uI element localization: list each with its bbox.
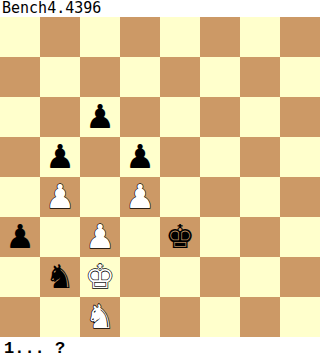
white-pawn[interactable]: ♟: [85, 217, 115, 257]
chess-board[interactable]: ♟♟♟♟♟♟♟♚♞♚♞: [0, 17, 320, 337]
square-g4[interactable]: [240, 177, 280, 217]
square-e4[interactable]: [160, 177, 200, 217]
square-e1[interactable]: [160, 297, 200, 337]
square-a5[interactable]: [0, 137, 40, 177]
square-f3[interactable]: [200, 217, 240, 257]
square-h2[interactable]: [280, 257, 320, 297]
square-c7[interactable]: [80, 57, 120, 97]
square-b3[interactable]: [40, 217, 80, 257]
black-knight[interactable]: ♞: [45, 257, 75, 297]
square-d1[interactable]: [120, 297, 160, 337]
square-d8[interactable]: [120, 17, 160, 57]
white-king[interactable]: ♚: [85, 257, 115, 297]
white-knight[interactable]: ♞: [85, 297, 115, 337]
square-c3[interactable]: ♟: [80, 217, 120, 257]
square-g8[interactable]: [240, 17, 280, 57]
square-a2[interactable]: [0, 257, 40, 297]
square-h6[interactable]: [280, 97, 320, 137]
square-g7[interactable]: [240, 57, 280, 97]
square-h5[interactable]: [280, 137, 320, 177]
move-prompt: 1... ?: [0, 337, 320, 360]
square-g5[interactable]: [240, 137, 280, 177]
square-c8[interactable]: [80, 17, 120, 57]
square-f8[interactable]: [200, 17, 240, 57]
square-g2[interactable]: [240, 257, 280, 297]
square-h7[interactable]: [280, 57, 320, 97]
square-d6[interactable]: [120, 97, 160, 137]
square-h8[interactable]: [280, 17, 320, 57]
square-e3[interactable]: ♚: [160, 217, 200, 257]
square-a8[interactable]: [0, 17, 40, 57]
square-g6[interactable]: [240, 97, 280, 137]
square-d3[interactable]: [120, 217, 160, 257]
square-h3[interactable]: [280, 217, 320, 257]
square-a6[interactable]: [0, 97, 40, 137]
black-pawn[interactable]: ♟: [85, 97, 115, 137]
square-b8[interactable]: [40, 17, 80, 57]
diagram-title: Bench4.4396: [0, 0, 320, 17]
square-f6[interactable]: [200, 97, 240, 137]
square-d2[interactable]: [120, 257, 160, 297]
square-e8[interactable]: [160, 17, 200, 57]
square-b7[interactable]: [40, 57, 80, 97]
square-d4[interactable]: ♟: [120, 177, 160, 217]
white-pawn[interactable]: ♟: [45, 177, 75, 217]
square-h1[interactable]: [280, 297, 320, 337]
square-g1[interactable]: [240, 297, 280, 337]
square-a3[interactable]: ♟: [0, 217, 40, 257]
square-f1[interactable]: [200, 297, 240, 337]
square-e5[interactable]: [160, 137, 200, 177]
square-c5[interactable]: [80, 137, 120, 177]
square-f5[interactable]: [200, 137, 240, 177]
square-f4[interactable]: [200, 177, 240, 217]
square-b4[interactable]: ♟: [40, 177, 80, 217]
square-a7[interactable]: [0, 57, 40, 97]
chess-diagram-window: Bench4.4396 ♟♟♟♟♟♟♟♚♞♚♞ 1... ?: [0, 0, 320, 360]
black-king[interactable]: ♚: [165, 217, 195, 257]
square-d5[interactable]: ♟: [120, 137, 160, 177]
black-pawn[interactable]: ♟: [45, 137, 75, 177]
square-b5[interactable]: ♟: [40, 137, 80, 177]
square-d7[interactable]: [120, 57, 160, 97]
square-c2[interactable]: ♚: [80, 257, 120, 297]
square-f2[interactable]: [200, 257, 240, 297]
white-pawn[interactable]: ♟: [125, 177, 155, 217]
square-b1[interactable]: [40, 297, 80, 337]
black-pawn[interactable]: ♟: [125, 137, 155, 177]
square-h4[interactable]: [280, 177, 320, 217]
square-e6[interactable]: [160, 97, 200, 137]
square-e2[interactable]: [160, 257, 200, 297]
black-pawn[interactable]: ♟: [5, 217, 35, 257]
square-b6[interactable]: [40, 97, 80, 137]
square-e7[interactable]: [160, 57, 200, 97]
square-c6[interactable]: ♟: [80, 97, 120, 137]
square-f7[interactable]: [200, 57, 240, 97]
square-g3[interactable]: [240, 217, 280, 257]
square-a1[interactable]: [0, 297, 40, 337]
square-c4[interactable]: [80, 177, 120, 217]
square-a4[interactable]: [0, 177, 40, 217]
square-c1[interactable]: ♞: [80, 297, 120, 337]
square-b2[interactable]: ♞: [40, 257, 80, 297]
